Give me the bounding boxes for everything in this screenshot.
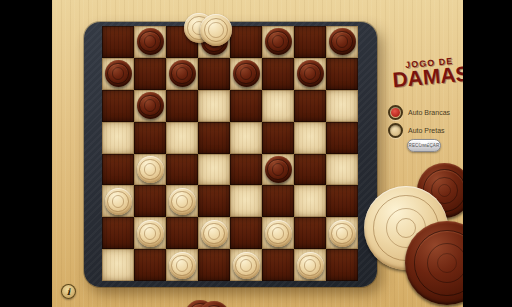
radio-dot[interactable] <box>388 123 403 138</box>
black-piece[interactable] <box>233 60 260 87</box>
square-r2c2[interactable] <box>134 58 166 90</box>
square-r2c3[interactable] <box>166 58 198 90</box>
piece-groove <box>396 218 416 238</box>
square-r6c2[interactable] <box>134 185 166 217</box>
square-r1c7[interactable] <box>294 26 326 58</box>
square-r4c5[interactable] <box>230 122 262 154</box>
radio-dot-selected[interactable] <box>388 105 403 120</box>
square-r3c7[interactable] <box>294 90 326 122</box>
square-r2c7[interactable] <box>294 58 326 90</box>
white-piece[interactable] <box>201 220 228 247</box>
letterbox-left <box>0 0 52 307</box>
square-r6c6[interactable] <box>262 185 294 217</box>
radio-option-auto-brancas[interactable]: Auto Brancas <box>388 104 450 121</box>
square-r6c8[interactable] <box>326 185 358 217</box>
square-r3c4[interactable] <box>198 90 230 122</box>
black-piece[interactable] <box>329 28 356 55</box>
square-r8c2[interactable] <box>134 249 166 281</box>
square-r5c1[interactable] <box>102 154 134 186</box>
square-r4c1[interactable] <box>102 122 134 154</box>
square-r3c1[interactable] <box>102 90 134 122</box>
square-r1c1[interactable] <box>102 26 134 58</box>
white-piece[interactable] <box>265 220 292 247</box>
square-r5c7[interactable] <box>294 154 326 186</box>
square-r2c1[interactable] <box>102 58 134 90</box>
square-r4c3[interactable] <box>166 122 198 154</box>
square-r7c6[interactable] <box>262 217 294 249</box>
square-r4c6[interactable] <box>262 122 294 154</box>
restart-button[interactable]: Recomeçar <box>407 139 441 152</box>
square-r5c4[interactable] <box>198 154 230 186</box>
square-r5c2[interactable] <box>134 154 166 186</box>
white-piece[interactable] <box>105 188 132 215</box>
square-r4c7[interactable] <box>294 122 326 154</box>
square-r1c8[interactable] <box>326 26 358 58</box>
white-piece[interactable] <box>329 220 356 247</box>
square-r6c7[interactable] <box>294 185 326 217</box>
square-r8c8[interactable] <box>326 249 358 281</box>
white-piece[interactable] <box>297 252 324 279</box>
captured-white-piece <box>200 14 232 46</box>
board-grid <box>102 26 358 281</box>
square-r7c2[interactable] <box>134 217 166 249</box>
square-r8c1[interactable] <box>102 249 134 281</box>
black-piece[interactable] <box>105 60 132 87</box>
square-r6c4[interactable] <box>198 185 230 217</box>
checkers-board <box>84 22 377 287</box>
square-r7c1[interactable] <box>102 217 134 249</box>
black-piece[interactable] <box>265 28 292 55</box>
square-r4c2[interactable] <box>134 122 166 154</box>
square-r5c8[interactable] <box>326 154 358 186</box>
square-r3c5[interactable] <box>230 90 262 122</box>
square-r8c4[interactable] <box>198 249 230 281</box>
square-r2c6[interactable] <box>262 58 294 90</box>
white-piece[interactable] <box>137 156 164 183</box>
auto-play-options: Auto BrancasAuto Pretas <box>388 104 450 140</box>
square-r5c6[interactable] <box>262 154 294 186</box>
square-r8c7[interactable] <box>294 249 326 281</box>
square-r7c7[interactable] <box>294 217 326 249</box>
square-r2c4[interactable] <box>198 58 230 90</box>
black-piece[interactable] <box>137 28 164 55</box>
square-r7c3[interactable] <box>166 217 198 249</box>
letterbox-right <box>463 0 512 307</box>
black-piece[interactable] <box>169 60 196 87</box>
wood-table-background: JOGO DE DAMAS Auto BrancasAuto Pretas Re… <box>52 0 463 307</box>
square-r8c5[interactable] <box>230 249 262 281</box>
square-r8c6[interactable] <box>262 249 294 281</box>
square-r6c3[interactable] <box>166 185 198 217</box>
square-r1c6[interactable] <box>262 26 294 58</box>
white-piece[interactable] <box>169 252 196 279</box>
game-logo: JOGO DE DAMAS <box>391 55 463 89</box>
black-piece[interactable] <box>137 92 164 119</box>
square-r3c2[interactable] <box>134 90 166 122</box>
logo-line2: DAMAS <box>392 65 463 89</box>
black-piece[interactable] <box>297 60 324 87</box>
square-r5c5[interactable] <box>230 154 262 186</box>
square-r7c4[interactable] <box>198 217 230 249</box>
square-r3c6[interactable] <box>262 90 294 122</box>
radio-label: Auto Brancas <box>408 109 450 116</box>
square-r8c3[interactable] <box>166 249 198 281</box>
radio-option-auto-pretas[interactable]: Auto Pretas <box>388 122 450 139</box>
square-r5c3[interactable] <box>166 154 198 186</box>
square-r2c5[interactable] <box>230 58 262 90</box>
square-r3c3[interactable] <box>166 90 198 122</box>
piece-groove <box>438 184 451 197</box>
white-piece[interactable] <box>233 252 260 279</box>
square-r1c5[interactable] <box>230 26 262 58</box>
square-r6c1[interactable] <box>102 185 134 217</box>
radio-label: Auto Pretas <box>408 127 445 134</box>
square-r1c2[interactable] <box>134 26 166 58</box>
square-r7c8[interactable] <box>326 217 358 249</box>
square-r7c5[interactable] <box>230 217 262 249</box>
piece-groove <box>437 253 457 273</box>
square-r3c8[interactable] <box>326 90 358 122</box>
square-r4c8[interactable] <box>326 122 358 154</box>
square-r6c5[interactable] <box>230 185 262 217</box>
white-piece[interactable] <box>137 220 164 247</box>
white-piece[interactable] <box>169 188 196 215</box>
info-icon[interactable]: i <box>61 284 76 299</box>
black-piece[interactable] <box>265 156 292 183</box>
square-r4c4[interactable] <box>198 122 230 154</box>
app-screen: JOGO DE DAMAS Auto BrancasAuto Pretas Re… <box>0 0 512 307</box>
square-r2c8[interactable] <box>326 58 358 90</box>
